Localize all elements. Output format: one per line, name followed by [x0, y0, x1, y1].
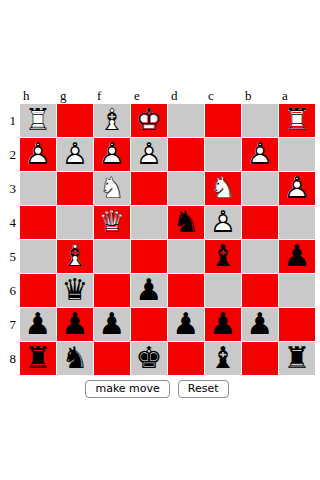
piece-black-pawn: ♟: [205, 308, 241, 341]
piece-glyph: ♟: [242, 308, 278, 341]
piece-black-rook: ♜: [20, 342, 56, 375]
square-d4[interactable]: ♞: [168, 206, 204, 239]
piece-black-king: ♚: [131, 342, 167, 375]
piece-glyph: ♟: [20, 308, 56, 341]
square-h1[interactable]: ♜♖: [20, 104, 56, 137]
piece-black-queen: ♛: [57, 274, 93, 307]
square-b7[interactable]: ♟: [242, 308, 278, 341]
piece-outline: ♙: [20, 138, 56, 171]
square-g4[interactable]: [57, 206, 93, 239]
file-label-c: c: [205, 89, 241, 103]
piece-glyph: ♟: [131, 274, 167, 307]
square-a8[interactable]: ♜: [279, 342, 315, 375]
piece-outline: ♙: [205, 206, 241, 239]
square-b6[interactable]: [242, 274, 278, 307]
rank-label-4: 4: [0, 206, 19, 239]
piece-black-bishop: ♝: [205, 240, 241, 273]
piece-glyph: ♛: [57, 274, 93, 307]
square-b3[interactable]: [242, 172, 278, 205]
reset-button[interactable]: Reset: [178, 380, 229, 398]
square-b1[interactable]: [242, 104, 278, 137]
square-b4[interactable]: [242, 206, 278, 239]
square-a6[interactable]: [279, 274, 315, 307]
square-b2[interactable]: ♟♙: [242, 138, 278, 171]
square-g5[interactable]: ♝♗: [57, 240, 93, 273]
piece-black-knight: ♞: [57, 342, 93, 375]
rank-label-5: 5: [0, 240, 19, 273]
piece-glyph: ♜: [20, 342, 56, 375]
square-a4[interactable]: [279, 206, 315, 239]
square-c6[interactable]: [205, 274, 241, 307]
piece-outline: ♙: [279, 172, 315, 205]
rank-label-2: 2: [0, 138, 19, 171]
piece-white-pawn: ♟♙: [94, 138, 130, 171]
piece-outline: ♖: [279, 104, 315, 137]
piece-glyph: ♟: [168, 308, 204, 341]
piece-black-pawn: ♟: [168, 308, 204, 341]
square-a5[interactable]: ♟: [279, 240, 315, 273]
square-e3[interactable]: [131, 172, 167, 205]
piece-outline: ♕: [94, 206, 130, 239]
square-e4[interactable]: [131, 206, 167, 239]
piece-black-pawn: ♟: [279, 240, 315, 273]
piece-glyph: ♟: [94, 308, 130, 341]
file-label-a: a: [279, 89, 315, 103]
file-label-h: h: [20, 89, 56, 103]
piece-glyph: ♞: [168, 206, 204, 239]
rank-label-6: 6: [0, 274, 19, 307]
file-label-g: g: [57, 89, 93, 103]
square-e1[interactable]: ♚♔: [131, 104, 167, 137]
piece-glyph: ♟: [205, 308, 241, 341]
piece-white-knight: ♞♘: [205, 172, 241, 205]
piece-glyph: ♝: [205, 240, 241, 273]
piece-glyph: ♞: [57, 342, 93, 375]
piece-white-pawn: ♟♙: [279, 172, 315, 205]
square-g6[interactable]: ♛: [57, 274, 93, 307]
piece-white-pawn: ♟♙: [205, 206, 241, 239]
rank-label-1: 1: [0, 104, 19, 137]
square-f6[interactable]: [94, 274, 130, 307]
square-e7[interactable]: [131, 308, 167, 341]
square-d3[interactable]: [168, 172, 204, 205]
square-d7[interactable]: ♟: [168, 308, 204, 341]
square-h6[interactable]: [20, 274, 56, 307]
piece-white-pawn: ♟♙: [20, 138, 56, 171]
square-h7[interactable]: ♟: [20, 308, 56, 341]
square-d8[interactable]: [168, 342, 204, 375]
piece-black-bishop: ♝: [205, 342, 241, 375]
piece-outline: ♔: [131, 104, 167, 137]
piece-glyph: ♟: [279, 240, 315, 273]
file-label-e: e: [131, 89, 167, 103]
piece-outline: ♗: [94, 104, 130, 137]
piece-white-rook: ♜♖: [20, 104, 56, 137]
piece-outline: ♙: [242, 138, 278, 171]
piece-black-pawn: ♟: [20, 308, 56, 341]
square-f2[interactable]: ♟♙: [94, 138, 130, 171]
square-d1[interactable]: [168, 104, 204, 137]
square-h5[interactable]: [20, 240, 56, 273]
rank-label-3: 3: [0, 172, 19, 205]
piece-glyph: ♝: [205, 342, 241, 375]
square-g1[interactable]: [57, 104, 93, 137]
square-c5[interactable]: ♝: [205, 240, 241, 273]
square-b5[interactable]: [242, 240, 278, 273]
piece-white-queen: ♛♕: [94, 206, 130, 239]
make-move-button[interactable]: make move: [85, 380, 169, 398]
square-d5[interactable]: [168, 240, 204, 273]
board-corner: [0, 89, 19, 103]
square-f5[interactable]: [94, 240, 130, 273]
piece-white-bishop: ♝♗: [94, 104, 130, 137]
square-c4[interactable]: ♟♙: [205, 206, 241, 239]
square-e6[interactable]: ♟: [131, 274, 167, 307]
piece-outline: ♙: [94, 138, 130, 171]
piece-white-rook: ♜♖: [279, 104, 315, 137]
page: hgfedcba1♜♖♝♗♚♔♜♖2♟♙♟♙♟♙♟♙♟♙3♞♘♞♘♟♙4♛♕♞♟…: [0, 0, 320, 480]
square-a3[interactable]: ♟♙: [279, 172, 315, 205]
square-c3[interactable]: ♞♘: [205, 172, 241, 205]
piece-outline: ♘: [205, 172, 241, 205]
square-c8[interactable]: ♝: [205, 342, 241, 375]
square-a1[interactable]: ♜♖: [279, 104, 315, 137]
piece-black-knight: ♞: [168, 206, 204, 239]
square-g7[interactable]: ♟: [57, 308, 93, 341]
piece-outline: ♖: [20, 104, 56, 137]
square-f3[interactable]: ♞♘: [94, 172, 130, 205]
square-h4[interactable]: [20, 206, 56, 239]
square-h3[interactable]: [20, 172, 56, 205]
piece-glyph: ♚: [131, 342, 167, 375]
piece-white-bishop: ♝♗: [57, 240, 93, 273]
piece-white-pawn: ♟♙: [57, 138, 93, 171]
piece-outline: ♙: [57, 138, 93, 171]
square-d6[interactable]: [168, 274, 204, 307]
square-f8[interactable]: [94, 342, 130, 375]
piece-white-king: ♚♔: [131, 104, 167, 137]
square-e5[interactable]: [131, 240, 167, 273]
square-g8[interactable]: ♞: [57, 342, 93, 375]
chess-board: hgfedcba1♜♖♝♗♚♔♜♖2♟♙♟♙♟♙♟♙♟♙3♞♘♞♘♟♙4♛♕♞♟…: [0, 89, 315, 375]
piece-black-pawn: ♟: [57, 308, 93, 341]
square-g3[interactable]: [57, 172, 93, 205]
piece-white-pawn: ♟♙: [242, 138, 278, 171]
controls-row: make move Reset: [0, 378, 314, 398]
piece-white-knight: ♞♘: [94, 172, 130, 205]
piece-outline: ♘: [94, 172, 130, 205]
square-c2[interactable]: [205, 138, 241, 171]
piece-glyph: ♜: [279, 342, 315, 375]
piece-outline: ♙: [131, 138, 167, 171]
rank-label-7: 7: [0, 308, 19, 341]
square-f4[interactable]: ♛♕: [94, 206, 130, 239]
square-g2[interactable]: ♟♙: [57, 138, 93, 171]
square-b8[interactable]: [242, 342, 278, 375]
square-c1[interactable]: [205, 104, 241, 137]
square-a2[interactable]: [279, 138, 315, 171]
piece-glyph: ♟: [57, 308, 93, 341]
piece-outline: ♗: [57, 240, 93, 273]
piece-black-pawn: ♟: [242, 308, 278, 341]
square-a7[interactable]: [279, 308, 315, 341]
file-label-f: f: [94, 89, 130, 103]
square-f1[interactable]: ♝♗: [94, 104, 130, 137]
square-e2[interactable]: ♟♙: [131, 138, 167, 171]
piece-black-pawn: ♟: [94, 308, 130, 341]
file-label-b: b: [242, 89, 278, 103]
rank-label-8: 8: [0, 342, 19, 375]
square-f7[interactable]: ♟: [94, 308, 130, 341]
square-e8[interactable]: ♚: [131, 342, 167, 375]
piece-white-pawn: ♟♙: [131, 138, 167, 171]
square-c7[interactable]: ♟: [205, 308, 241, 341]
square-h2[interactable]: ♟♙: [20, 138, 56, 171]
piece-black-rook: ♜: [279, 342, 315, 375]
piece-black-pawn: ♟: [131, 274, 167, 307]
square-d2[interactable]: [168, 138, 204, 171]
file-label-d: d: [168, 89, 204, 103]
square-h8[interactable]: ♜: [20, 342, 56, 375]
